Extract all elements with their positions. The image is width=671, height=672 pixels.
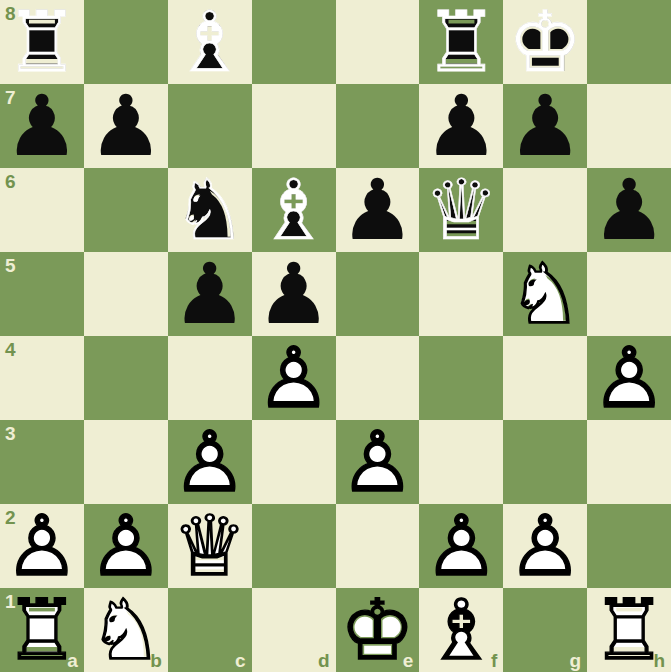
piece-outline-glyph: ♙	[252, 336, 336, 420]
piece-outline-glyph: ♖	[587, 588, 671, 672]
square-d4[interactable]: ♟♙	[252, 336, 336, 420]
square-a6[interactable]: 6	[0, 168, 84, 252]
square-c7[interactable]	[168, 84, 252, 168]
square-b4[interactable]	[84, 336, 168, 420]
piece-white-rook[interactable]: ♜♖	[0, 588, 84, 672]
square-d7[interactable]	[252, 84, 336, 168]
square-b3[interactable]	[84, 420, 168, 504]
square-e8[interactable]	[336, 0, 420, 84]
piece-outline-glyph: ♗	[419, 588, 503, 672]
square-g7[interactable]: ♟	[503, 84, 587, 168]
square-d2[interactable]	[252, 504, 336, 588]
square-h2[interactable]	[587, 504, 671, 588]
piece-glyph: ♟	[252, 252, 336, 336]
piece-black-king[interactable]: ♚♔	[503, 0, 587, 84]
piece-black-rook[interactable]: ♜♖	[419, 0, 503, 84]
piece-outline-glyph: ♕	[168, 504, 252, 588]
square-b5[interactable]	[84, 252, 168, 336]
square-g1[interactable]: g	[503, 588, 587, 672]
square-h8[interactable]	[587, 0, 671, 84]
square-e5[interactable]	[336, 252, 420, 336]
square-f5[interactable]	[419, 252, 503, 336]
piece-white-bishop[interactable]: ♝♗	[419, 588, 503, 672]
piece-outline-glyph: ♖	[0, 0, 84, 84]
square-f6[interactable]: ♛♕	[419, 168, 503, 252]
square-e4[interactable]	[336, 336, 420, 420]
square-d1[interactable]: d	[252, 588, 336, 672]
square-b2[interactable]: ♟♙	[84, 504, 168, 588]
square-e6[interactable]: ♟	[336, 168, 420, 252]
piece-black-pawn[interactable]: ♟	[0, 84, 84, 168]
piece-black-pawn[interactable]: ♟	[503, 84, 587, 168]
square-g5[interactable]: ♞♘	[503, 252, 587, 336]
piece-glyph: ♟	[419, 84, 503, 168]
square-h3[interactable]	[587, 420, 671, 504]
square-a8[interactable]: 8♜♖	[0, 0, 84, 84]
piece-black-bishop[interactable]: ♝♗	[168, 0, 252, 84]
piece-glyph: ♟	[168, 252, 252, 336]
piece-outline-glyph: ♙	[419, 504, 503, 588]
piece-white-pawn[interactable]: ♟♙	[587, 336, 671, 420]
square-a7[interactable]: 7♟	[0, 84, 84, 168]
square-h4[interactable]: ♟♙	[587, 336, 671, 420]
square-d8[interactable]	[252, 0, 336, 84]
piece-glyph: ♟	[336, 168, 420, 252]
rank-label-6: 6	[5, 172, 16, 191]
square-f8[interactable]: ♜♖	[419, 0, 503, 84]
square-f1[interactable]: f♝♗	[419, 588, 503, 672]
square-d3[interactable]	[252, 420, 336, 504]
piece-black-pawn[interactable]: ♟	[587, 168, 671, 252]
square-g2[interactable]: ♟♙	[503, 504, 587, 588]
piece-black-pawn[interactable]: ♟	[336, 168, 420, 252]
square-g4[interactable]	[503, 336, 587, 420]
piece-white-pawn[interactable]: ♟♙	[84, 504, 168, 588]
piece-white-rook[interactable]: ♜♖	[587, 588, 671, 672]
piece-black-pawn[interactable]: ♟	[419, 84, 503, 168]
piece-outline-glyph: ♙	[503, 504, 587, 588]
piece-outline-glyph: ♘	[84, 588, 168, 672]
piece-outline-glyph: ♙	[84, 504, 168, 588]
piece-white-knight[interactable]: ♞♘	[503, 252, 587, 336]
square-b8[interactable]	[84, 0, 168, 84]
piece-glyph: ♟	[587, 168, 671, 252]
piece-outline-glyph: ♙	[168, 420, 252, 504]
piece-black-pawn[interactable]: ♟	[168, 252, 252, 336]
square-a2[interactable]: 2♟♙	[0, 504, 84, 588]
square-e3[interactable]: ♟♙	[336, 420, 420, 504]
piece-white-king[interactable]: ♚♔	[336, 588, 420, 672]
piece-outline-glyph: ♖	[419, 0, 503, 84]
rank-label-3: 3	[5, 424, 16, 443]
square-c8[interactable]: ♝♗	[168, 0, 252, 84]
piece-white-pawn[interactable]: ♟♙	[419, 504, 503, 588]
square-c6[interactable]: ♞♘	[168, 168, 252, 252]
square-f4[interactable]	[419, 336, 503, 420]
piece-outline-glyph: ♕	[419, 168, 503, 252]
piece-white-pawn[interactable]: ♟♙	[503, 504, 587, 588]
file-label-c: c	[235, 651, 246, 670]
square-c3[interactable]: ♟♙	[168, 420, 252, 504]
piece-outline-glyph: ♙	[0, 504, 84, 588]
rank-label-5: 5	[5, 256, 16, 275]
square-e7[interactable]	[336, 84, 420, 168]
square-a3[interactable]: 3	[0, 420, 84, 504]
square-a1[interactable]: 1a♜♖	[0, 588, 84, 672]
piece-white-pawn[interactable]: ♟♙	[252, 336, 336, 420]
piece-black-rook[interactable]: ♜♖	[0, 0, 84, 84]
piece-white-pawn[interactable]: ♟♙	[168, 420, 252, 504]
piece-black-queen[interactable]: ♛♕	[419, 168, 503, 252]
piece-outline-glyph: ♔	[503, 0, 587, 84]
square-c5[interactable]: ♟	[168, 252, 252, 336]
piece-white-pawn[interactable]: ♟♙	[336, 420, 420, 504]
piece-outline-glyph: ♖	[0, 588, 84, 672]
square-h7[interactable]	[587, 84, 671, 168]
square-h6[interactable]: ♟	[587, 168, 671, 252]
square-c4[interactable]	[168, 336, 252, 420]
square-e2[interactable]	[336, 504, 420, 588]
square-d6[interactable]: ♝♗	[252, 168, 336, 252]
square-g6[interactable]	[503, 168, 587, 252]
chess-diagram: 8♜♖♝♗♜♖♚♔7♟♟♟♟6♞♘♝♗♟♛♕♟5♟♟♞♘4♟♙♟♙3♟♙♟♙2♟…	[0, 0, 671, 672]
piece-black-bishop[interactable]: ♝♗	[252, 168, 336, 252]
piece-outline-glyph: ♔	[336, 588, 420, 672]
piece-outline-glyph: ♗	[252, 168, 336, 252]
piece-outline-glyph: ♗	[168, 0, 252, 84]
chess-board: 8♜♖♝♗♜♖♚♔7♟♟♟♟6♞♘♝♗♟♛♕♟5♟♟♞♘4♟♙♟♙3♟♙♟♙2♟…	[0, 0, 671, 672]
piece-outline-glyph: ♙	[587, 336, 671, 420]
file-label-g: g	[570, 651, 582, 670]
square-a4[interactable]: 4	[0, 336, 84, 420]
square-a5[interactable]: 5	[0, 252, 84, 336]
piece-black-knight[interactable]: ♞♘	[168, 168, 252, 252]
square-g3[interactable]	[503, 420, 587, 504]
square-f3[interactable]	[419, 420, 503, 504]
piece-black-pawn[interactable]: ♟	[84, 84, 168, 168]
piece-white-pawn[interactable]: ♟♙	[0, 504, 84, 588]
square-c2[interactable]: ♛♕	[168, 504, 252, 588]
piece-white-knight[interactable]: ♞♘	[84, 588, 168, 672]
square-b1[interactable]: b♞♘	[84, 588, 168, 672]
square-f2[interactable]: ♟♙	[419, 504, 503, 588]
piece-glyph: ♟	[503, 84, 587, 168]
square-f7[interactable]: ♟	[419, 84, 503, 168]
piece-outline-glyph: ♘	[168, 168, 252, 252]
piece-white-queen[interactable]: ♛♕	[168, 504, 252, 588]
piece-black-pawn[interactable]: ♟	[252, 252, 336, 336]
square-b6[interactable]	[84, 168, 168, 252]
square-h5[interactable]	[587, 252, 671, 336]
square-h1[interactable]: h♜♖	[587, 588, 671, 672]
square-c1[interactable]: c	[168, 588, 252, 672]
piece-glyph: ♟	[0, 84, 84, 168]
piece-outline-glyph: ♘	[503, 252, 587, 336]
rank-label-4: 4	[5, 340, 16, 359]
piece-glyph: ♟	[84, 84, 168, 168]
square-d5[interactable]: ♟	[252, 252, 336, 336]
piece-outline-glyph: ♙	[336, 420, 420, 504]
square-b7[interactable]: ♟	[84, 84, 168, 168]
square-g8[interactable]: ♚♔	[503, 0, 587, 84]
file-label-d: d	[318, 651, 330, 670]
square-e1[interactable]: e♚♔	[336, 588, 420, 672]
